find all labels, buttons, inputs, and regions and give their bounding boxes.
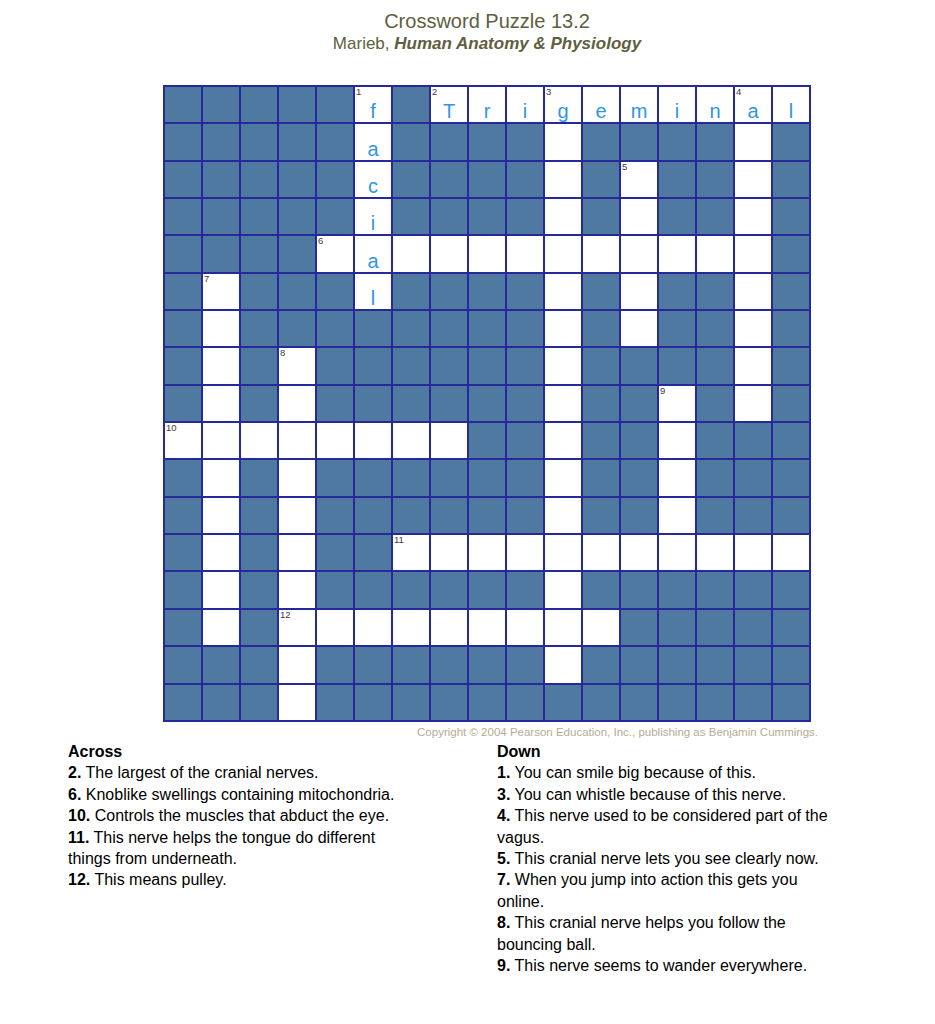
clue-number-label: 11. bbox=[68, 829, 89, 846]
entered-letter: e bbox=[583, 100, 619, 122]
block-cell-r11c15 bbox=[697, 460, 733, 495]
cell-r15c6[interactable] bbox=[355, 610, 391, 645]
cell-r6c2[interactable]: 7 bbox=[203, 274, 239, 309]
block-cell-r14c1 bbox=[165, 572, 201, 607]
block-cell-r7c6 bbox=[355, 311, 391, 346]
block-cell-r16c17 bbox=[773, 647, 809, 682]
block-cell-r12c5 bbox=[317, 498, 353, 533]
cell-r10c6[interactable] bbox=[355, 423, 391, 458]
block-cell-r17c17 bbox=[773, 685, 809, 720]
block-cell-r11c6 bbox=[355, 460, 391, 495]
cell-r9c2[interactable] bbox=[203, 386, 239, 421]
block-cell-r14c7 bbox=[393, 572, 429, 607]
clue-number-4: 4 bbox=[736, 86, 741, 97]
block-cell-r8c1 bbox=[165, 348, 201, 383]
puzzle-title: Crossword Puzzle 13.2 Marieb, Human Anat… bbox=[163, 9, 811, 55]
entered-letter: f bbox=[355, 100, 391, 122]
clue-number-1: 1 bbox=[356, 86, 361, 97]
cell-r1c17[interactable]: l bbox=[773, 87, 809, 122]
cell-r15c9[interactable] bbox=[469, 610, 505, 645]
cell-r6c13[interactable] bbox=[621, 274, 657, 309]
cell-r17c4[interactable] bbox=[279, 685, 315, 720]
block-cell-r3c3 bbox=[241, 162, 277, 197]
cell-r1c9[interactable]: r bbox=[469, 87, 505, 122]
block-cell-r8c10 bbox=[507, 348, 543, 383]
cell-r9c16[interactable] bbox=[735, 386, 771, 421]
block-cell-r4c8 bbox=[431, 199, 467, 234]
cell-r10c1[interactable]: 10 bbox=[165, 423, 201, 458]
clue-number-5: 5 bbox=[622, 161, 627, 172]
block-cell-r16c7 bbox=[393, 647, 429, 682]
block-cell-r17c5 bbox=[317, 685, 353, 720]
cell-r1c14[interactable]: i bbox=[659, 87, 695, 122]
block-cell-r2c8 bbox=[431, 124, 467, 159]
cell-r1c10[interactable]: i bbox=[507, 87, 543, 122]
block-cell-r2c2 bbox=[203, 124, 239, 159]
block-cell-r8c5 bbox=[317, 348, 353, 383]
block-cell-r5c2 bbox=[203, 236, 239, 271]
cell-r13c8[interactable] bbox=[431, 535, 467, 570]
block-cell-r3c15 bbox=[697, 162, 733, 197]
block-cell-r12c13 bbox=[621, 498, 657, 533]
down-clue-list: 1. You can smile big because of this.3. … bbox=[497, 762, 935, 976]
block-cell-r2c5 bbox=[317, 124, 353, 159]
cell-r15c2[interactable] bbox=[203, 610, 239, 645]
clue-number-7: 7 bbox=[204, 273, 209, 284]
block-cell-r1c7 bbox=[393, 87, 429, 122]
block-cell-r15c15 bbox=[697, 610, 733, 645]
block-cell-r17c10 bbox=[507, 685, 543, 720]
block-cell-r7c14 bbox=[659, 311, 695, 346]
block-cell-r12c8 bbox=[431, 498, 467, 533]
cell-r5c10[interactable] bbox=[507, 236, 543, 271]
entered-letter: n bbox=[697, 100, 733, 122]
block-cell-r15c17 bbox=[773, 610, 809, 645]
block-cell-r2c3 bbox=[241, 124, 277, 159]
cell-r15c7[interactable] bbox=[393, 610, 429, 645]
cell-r9c4[interactable] bbox=[279, 386, 315, 421]
cell-r5c14[interactable] bbox=[659, 236, 695, 271]
block-cell-r10c16 bbox=[735, 423, 771, 458]
block-cell-r4c14 bbox=[659, 199, 695, 234]
block-cell-r16c13 bbox=[621, 647, 657, 682]
across-clue-list: 2. The largest of the cranial nerves.6. … bbox=[68, 762, 498, 890]
block-cell-r11c5 bbox=[317, 460, 353, 495]
down-clue-8: 8. This cranial nerve helps you follow t… bbox=[497, 912, 935, 955]
block-cell-r10c9 bbox=[469, 423, 505, 458]
cell-r6c6[interactable]: l bbox=[355, 274, 391, 309]
clue-number-9: 9 bbox=[660, 385, 665, 396]
cell-r7c11[interactable] bbox=[545, 311, 581, 346]
cell-r5c13[interactable] bbox=[621, 236, 657, 271]
block-cell-r3c1 bbox=[165, 162, 201, 197]
cell-r5c16[interactable] bbox=[735, 236, 771, 271]
block-cell-r11c1 bbox=[165, 460, 201, 495]
cell-r11c14[interactable] bbox=[659, 460, 695, 495]
block-cell-r10c10 bbox=[507, 423, 543, 458]
block-cell-r4c17 bbox=[773, 199, 809, 234]
cell-r5c9[interactable] bbox=[469, 236, 505, 271]
block-cell-r14c15 bbox=[697, 572, 733, 607]
cell-r13c9[interactable] bbox=[469, 535, 505, 570]
block-cell-r9c12 bbox=[583, 386, 619, 421]
block-cell-r7c17 bbox=[773, 311, 809, 346]
cell-r8c11[interactable] bbox=[545, 348, 581, 383]
cell-r1c12[interactable]: e bbox=[583, 87, 619, 122]
down-clue-9: 9. This nerve seems to wander everywhere… bbox=[497, 955, 935, 976]
block-cell-r2c15 bbox=[697, 124, 733, 159]
cell-r13c17[interactable] bbox=[773, 535, 809, 570]
cell-r1c11[interactable]: 3g bbox=[545, 87, 581, 122]
block-cell-r12c15 bbox=[697, 498, 733, 533]
across-clue-6: 6. Knoblike swellings containing mitocho… bbox=[68, 784, 498, 805]
cell-r1c16[interactable]: 4a bbox=[735, 87, 771, 122]
copyright-text: Copyright © 2004 Pearson Education, Inc.… bbox=[163, 725, 818, 739]
cell-r10c3[interactable] bbox=[241, 423, 277, 458]
cell-r12c2[interactable] bbox=[203, 498, 239, 533]
cell-r15c5[interactable] bbox=[317, 610, 353, 645]
block-cell-r14c3 bbox=[241, 572, 277, 607]
block-cell-r14c12 bbox=[583, 572, 619, 607]
block-cell-r9c7 bbox=[393, 386, 429, 421]
cell-r9c14[interactable]: 9 bbox=[659, 386, 695, 421]
block-cell-r3c4 bbox=[279, 162, 315, 197]
down-clue-4: 4. This nerve used to be considered part… bbox=[497, 805, 935, 848]
block-cell-r13c3 bbox=[241, 535, 277, 570]
block-cell-r12c9 bbox=[469, 498, 505, 533]
clue-number-label: 3. bbox=[497, 786, 510, 803]
across-clue-11: 11. This nerve helps the tongue do diffe… bbox=[68, 827, 498, 870]
block-cell-r2c13 bbox=[621, 124, 657, 159]
block-cell-r7c9 bbox=[469, 311, 505, 346]
block-cell-r4c15 bbox=[697, 199, 733, 234]
block-cell-r17c15 bbox=[697, 685, 733, 720]
block-cell-r15c14 bbox=[659, 610, 695, 645]
cell-r6c11[interactable] bbox=[545, 274, 581, 309]
cell-r8c4[interactable]: 8 bbox=[279, 348, 315, 383]
block-cell-r3c9 bbox=[469, 162, 505, 197]
cell-r9c11[interactable] bbox=[545, 386, 581, 421]
block-cell-r7c8 bbox=[431, 311, 467, 346]
block-cell-r16c2 bbox=[203, 647, 239, 682]
block-cell-r14c10 bbox=[507, 572, 543, 607]
entered-letter: l bbox=[773, 100, 809, 122]
clue-number-label: 12. bbox=[68, 871, 90, 888]
cell-r12c14[interactable] bbox=[659, 498, 695, 533]
cell-r11c4[interactable] bbox=[279, 460, 315, 495]
block-cell-r8c15 bbox=[697, 348, 733, 383]
cell-r2c16[interactable] bbox=[735, 124, 771, 159]
block-cell-r17c14 bbox=[659, 685, 695, 720]
across-clue-10: 10. Controls the muscles that abduct the… bbox=[68, 805, 498, 826]
page: Crossword Puzzle 13.2 Marieb, Human Anat… bbox=[0, 0, 935, 1024]
cell-r5c11[interactable] bbox=[545, 236, 581, 271]
block-cell-r4c5 bbox=[317, 199, 353, 234]
clue-number-label: 6. bbox=[68, 786, 81, 803]
cell-r10c14[interactable] bbox=[659, 423, 695, 458]
cell-r3c16[interactable] bbox=[735, 162, 771, 197]
down-clue-3: 3. You can whistle because of this nerve… bbox=[497, 784, 935, 805]
block-cell-r17c13 bbox=[621, 685, 657, 720]
block-cell-r9c8 bbox=[431, 386, 467, 421]
block-cell-r9c15 bbox=[697, 386, 733, 421]
block-cell-r11c9 bbox=[469, 460, 505, 495]
block-cell-r1c3 bbox=[241, 87, 277, 122]
block-cell-r3c8 bbox=[431, 162, 467, 197]
block-cell-r2c14 bbox=[659, 124, 695, 159]
cell-r13c12[interactable] bbox=[583, 535, 619, 570]
block-cell-r16c10 bbox=[507, 647, 543, 682]
clue-number-label: 9. bbox=[497, 957, 510, 974]
block-cell-r11c3 bbox=[241, 460, 277, 495]
block-cell-r16c1 bbox=[165, 647, 201, 682]
cell-r14c11[interactable] bbox=[545, 572, 581, 607]
block-cell-r6c1 bbox=[165, 274, 201, 309]
entered-letter: i bbox=[355, 212, 391, 234]
cell-r13c4[interactable] bbox=[279, 535, 315, 570]
block-cell-r8c6 bbox=[355, 348, 391, 383]
down-clue-5: 5. This cranial nerve lets you see clear… bbox=[497, 848, 935, 869]
cell-r6c16[interactable] bbox=[735, 274, 771, 309]
block-cell-r3c5 bbox=[317, 162, 353, 197]
cell-r10c5[interactable] bbox=[317, 423, 353, 458]
entered-letter: a bbox=[355, 138, 391, 160]
block-cell-r14c6 bbox=[355, 572, 391, 607]
block-cell-r8c7 bbox=[393, 348, 429, 383]
cell-r1c15[interactable]: n bbox=[697, 87, 733, 122]
entered-letter: m bbox=[621, 100, 657, 122]
across-clue-2: 2. The largest of the cranial nerves. bbox=[68, 762, 498, 783]
block-cell-r14c17 bbox=[773, 572, 809, 607]
block-cell-r6c5 bbox=[317, 274, 353, 309]
block-cell-r9c1 bbox=[165, 386, 201, 421]
cell-r5c7[interactable] bbox=[393, 236, 429, 271]
title-author: Marieb, bbox=[333, 34, 394, 53]
block-cell-r1c5 bbox=[317, 87, 353, 122]
cell-r15c12[interactable] bbox=[583, 610, 619, 645]
block-cell-r10c13 bbox=[621, 423, 657, 458]
block-cell-r9c10 bbox=[507, 386, 543, 421]
block-cell-r3c10 bbox=[507, 162, 543, 197]
block-cell-r14c14 bbox=[659, 572, 695, 607]
cell-r2c6[interactable]: a bbox=[355, 124, 391, 159]
block-cell-r9c13 bbox=[621, 386, 657, 421]
block-cell-r8c8 bbox=[431, 348, 467, 383]
cell-r15c10[interactable] bbox=[507, 610, 543, 645]
cell-r10c4[interactable] bbox=[279, 423, 315, 458]
cell-r1c8[interactable]: 2T bbox=[431, 87, 467, 122]
clue-number-label: 7. bbox=[497, 871, 510, 888]
cell-r11c2[interactable] bbox=[203, 460, 239, 495]
clue-number-3: 3 bbox=[546, 86, 551, 97]
cell-r16c4[interactable] bbox=[279, 647, 315, 682]
entered-letter: r bbox=[469, 100, 505, 122]
block-cell-r17c1 bbox=[165, 685, 201, 720]
block-cell-r14c9 bbox=[469, 572, 505, 607]
block-cell-r15c16 bbox=[735, 610, 771, 645]
block-cell-r3c14 bbox=[659, 162, 695, 197]
cell-r10c8[interactable] bbox=[431, 423, 467, 458]
clue-number-label: 8. bbox=[497, 914, 510, 931]
block-cell-r12c17 bbox=[773, 498, 809, 533]
cell-r11c11[interactable] bbox=[545, 460, 581, 495]
block-cell-r6c8 bbox=[431, 274, 467, 309]
block-cell-r16c16 bbox=[735, 647, 771, 682]
cell-r10c7[interactable] bbox=[393, 423, 429, 458]
title-line2: Marieb, Human Anatomy & Physiology bbox=[163, 33, 811, 55]
across-header: Across bbox=[68, 741, 498, 762]
clue-number-10: 10 bbox=[166, 422, 177, 433]
block-cell-r6c3 bbox=[241, 274, 277, 309]
block-cell-r16c9 bbox=[469, 647, 505, 682]
cell-r13c14[interactable] bbox=[659, 535, 695, 570]
cell-r13c7[interactable]: 11 bbox=[393, 535, 429, 570]
cell-r3c13[interactable]: 5 bbox=[621, 162, 657, 197]
block-cell-r5c17 bbox=[773, 236, 809, 271]
cell-r1c6[interactable]: 1f bbox=[355, 87, 391, 122]
block-cell-r6c7 bbox=[393, 274, 429, 309]
cell-r10c2[interactable] bbox=[203, 423, 239, 458]
block-cell-r2c4 bbox=[279, 124, 315, 159]
clue-number-8: 8 bbox=[280, 347, 285, 358]
block-cell-r14c16 bbox=[735, 572, 771, 607]
entered-letter: a bbox=[355, 250, 391, 272]
clue-number-12: 12 bbox=[280, 609, 291, 620]
down-header: Down bbox=[497, 741, 935, 762]
cell-r13c11[interactable] bbox=[545, 535, 581, 570]
block-cell-r16c12 bbox=[583, 647, 619, 682]
cell-r13c15[interactable] bbox=[697, 535, 733, 570]
cell-r15c11[interactable] bbox=[545, 610, 581, 645]
block-cell-r2c7 bbox=[393, 124, 429, 159]
block-cell-r14c8 bbox=[431, 572, 467, 607]
block-cell-r7c7 bbox=[393, 311, 429, 346]
block-cell-r6c12 bbox=[583, 274, 619, 309]
across-clue-12: 12. This means pulley. bbox=[68, 869, 498, 890]
block-cell-r7c12 bbox=[583, 311, 619, 346]
block-cell-r12c3 bbox=[241, 498, 277, 533]
cell-r12c4[interactable] bbox=[279, 498, 315, 533]
down-clue-7: 7. When you jump into action this gets y… bbox=[497, 869, 935, 912]
cell-r5c6[interactable]: a bbox=[355, 236, 391, 271]
block-cell-r5c1 bbox=[165, 236, 201, 271]
block-cell-r13c5 bbox=[317, 535, 353, 570]
cell-r5c8[interactable] bbox=[431, 236, 467, 271]
cell-r8c2[interactable] bbox=[203, 348, 239, 383]
cell-r5c15[interactable] bbox=[697, 236, 733, 271]
cell-r10c11[interactable] bbox=[545, 423, 581, 458]
block-cell-r2c10 bbox=[507, 124, 543, 159]
block-cell-r2c9 bbox=[469, 124, 505, 159]
cell-r15c8[interactable] bbox=[431, 610, 467, 645]
cell-r15c4[interactable]: 12 bbox=[279, 610, 315, 645]
block-cell-r12c12 bbox=[583, 498, 619, 533]
block-cell-r2c1 bbox=[165, 124, 201, 159]
cell-r4c6[interactable]: i bbox=[355, 199, 391, 234]
block-cell-r3c2 bbox=[203, 162, 239, 197]
cell-r13c2[interactable] bbox=[203, 535, 239, 570]
block-cell-r4c1 bbox=[165, 199, 201, 234]
block-cell-r11c16 bbox=[735, 460, 771, 495]
block-cell-r6c9 bbox=[469, 274, 505, 309]
block-cell-r16c5 bbox=[317, 647, 353, 682]
block-cell-r6c17 bbox=[773, 274, 809, 309]
block-cell-r7c4 bbox=[279, 311, 315, 346]
block-cell-r4c2 bbox=[203, 199, 239, 234]
entered-letter: l bbox=[355, 287, 391, 309]
cell-r8c16[interactable] bbox=[735, 348, 771, 383]
block-cell-r5c4 bbox=[279, 236, 315, 271]
clue-number-label: 10. bbox=[68, 807, 90, 824]
block-cell-r8c13 bbox=[621, 348, 657, 383]
block-cell-r12c16 bbox=[735, 498, 771, 533]
block-cell-r10c12 bbox=[583, 423, 619, 458]
block-cell-r11c10 bbox=[507, 460, 543, 495]
cell-r14c4[interactable] bbox=[279, 572, 315, 607]
block-cell-r5c3 bbox=[241, 236, 277, 271]
block-cell-r17c7 bbox=[393, 685, 429, 720]
block-cell-r6c15 bbox=[697, 274, 733, 309]
cell-r7c16[interactable] bbox=[735, 311, 771, 346]
block-cell-r11c8 bbox=[431, 460, 467, 495]
cell-r13c16[interactable] bbox=[735, 535, 771, 570]
block-cell-r9c17 bbox=[773, 386, 809, 421]
block-cell-r6c14 bbox=[659, 274, 695, 309]
cell-r4c11[interactable] bbox=[545, 199, 581, 234]
entered-letter: a bbox=[735, 100, 771, 122]
block-cell-r9c9 bbox=[469, 386, 505, 421]
block-cell-r9c3 bbox=[241, 386, 277, 421]
cell-r1c13[interactable]: m bbox=[621, 87, 657, 122]
block-cell-r7c15 bbox=[697, 311, 733, 346]
cell-r12c11[interactable] bbox=[545, 498, 581, 533]
cell-r5c5[interactable]: 6 bbox=[317, 236, 353, 271]
block-cell-r13c6 bbox=[355, 535, 391, 570]
block-cell-r7c3 bbox=[241, 311, 277, 346]
cell-r7c13[interactable] bbox=[621, 311, 657, 346]
crossword-grid: 1f2Tri3gemin4alac5i6a7l89101112 bbox=[163, 85, 811, 722]
block-cell-r17c6 bbox=[355, 685, 391, 720]
cell-r16c11[interactable] bbox=[545, 647, 581, 682]
cell-r4c16[interactable] bbox=[735, 199, 771, 234]
block-cell-r10c15 bbox=[697, 423, 733, 458]
entered-letter: T bbox=[431, 100, 467, 122]
block-cell-r8c14 bbox=[659, 348, 695, 383]
cell-r13c10[interactable] bbox=[507, 535, 543, 570]
block-cell-r17c2 bbox=[203, 685, 239, 720]
block-cell-r10c17 bbox=[773, 423, 809, 458]
block-cell-r16c8 bbox=[431, 647, 467, 682]
entered-letter: c bbox=[355, 175, 391, 197]
cell-r5c12[interactable] bbox=[583, 236, 619, 271]
cell-r7c2[interactable] bbox=[203, 311, 239, 346]
cell-r3c6[interactable]: c bbox=[355, 162, 391, 197]
block-cell-r4c12 bbox=[583, 199, 619, 234]
cell-r14c2[interactable] bbox=[203, 572, 239, 607]
block-cell-r13c1 bbox=[165, 535, 201, 570]
cell-r13c13[interactable] bbox=[621, 535, 657, 570]
block-cell-r17c8 bbox=[431, 685, 467, 720]
cell-r3c11[interactable] bbox=[545, 162, 581, 197]
title-line1: Crossword Puzzle 13.2 bbox=[163, 9, 811, 33]
clue-number-label: 2. bbox=[68, 764, 81, 781]
block-cell-r7c10 bbox=[507, 311, 543, 346]
clue-number-11: 11 bbox=[394, 534, 404, 545]
block-cell-r12c7 bbox=[393, 498, 429, 533]
cell-r2c11[interactable] bbox=[545, 124, 581, 159]
clue-number-6: 6 bbox=[318, 235, 323, 246]
cell-r4c13[interactable] bbox=[621, 199, 657, 234]
